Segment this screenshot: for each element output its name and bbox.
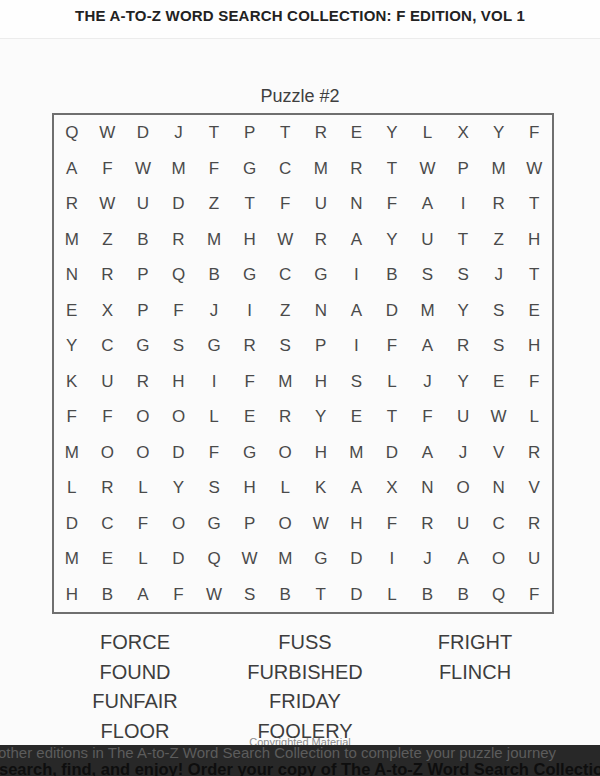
grid-cell-r5c4: Q	[161, 257, 197, 293]
grid-cell-r11c11: N	[410, 470, 446, 506]
grid-cell-r7c13: S	[481, 328, 517, 364]
grid-cell-r5c6: G	[232, 257, 268, 293]
grid-cell-r14c10: L	[374, 577, 410, 613]
grid-cell-r1c10: Y	[374, 115, 410, 151]
grid-cell-r13c5: Q	[196, 541, 232, 577]
grid-cell-r3c7: F	[267, 186, 303, 222]
grid-cell-r14c9: D	[339, 577, 375, 613]
grid-cell-r13c9: D	[339, 541, 375, 577]
grid-cell-r8c12: Y	[445, 364, 481, 400]
grid-cell-r7c3: G	[125, 328, 161, 364]
grid-cell-r11c1: L	[54, 470, 90, 506]
grid-cell-r1c6: P	[232, 115, 268, 151]
grid-cell-r13c12: A	[445, 541, 481, 577]
grid-cell-r4c7: W	[267, 222, 303, 258]
word-flinch: FLINCH	[390, 658, 560, 688]
grid-cell-r7c10: F	[374, 328, 410, 364]
grid-cell-r8c6: F	[232, 364, 268, 400]
grid-cell-r5c10: B	[374, 257, 410, 293]
grid-cell-r13c6: W	[232, 541, 268, 577]
grid-cell-r13c13: O	[481, 541, 517, 577]
grid-cell-r12c8: W	[303, 506, 339, 542]
grid-cell-r5c13: J	[481, 257, 517, 293]
grid-cell-r12c12: U	[445, 506, 481, 542]
grid-cell-r10c5: F	[196, 435, 232, 471]
grid-cell-r3c6: T	[232, 186, 268, 222]
grid-cell-r7c11: A	[410, 328, 446, 364]
grid-cell-r1c5: T	[196, 115, 232, 151]
grid-cell-r8c7: M	[267, 364, 303, 400]
grid-cell-r13c4: D	[161, 541, 197, 577]
grid-cell-r6c8: N	[303, 293, 339, 329]
grid-cell-r2c12: P	[445, 151, 481, 187]
grid-cell-r2c9: R	[339, 151, 375, 187]
grid-cell-r5c9: I	[339, 257, 375, 293]
grid-cell-r12c6: P	[232, 506, 268, 542]
grid-cell-r7c6: R	[232, 328, 268, 364]
grid-cell-r7c7: S	[267, 328, 303, 364]
grid-cell-r13c14: U	[516, 541, 552, 577]
grid-cell-r9c12: U	[445, 399, 481, 435]
grid-cell-r13c10: I	[374, 541, 410, 577]
grid-cell-r9c11: F	[410, 399, 446, 435]
grid-cell-r14c4: F	[161, 577, 197, 613]
grid-cell-r12c10: F	[374, 506, 410, 542]
grid-cell-r4c8: R	[303, 222, 339, 258]
grid-cell-r7c4: S	[161, 328, 197, 364]
grid-cell-r10c3: O	[125, 435, 161, 471]
word-friday: FRIDAY	[220, 687, 390, 717]
grid-cell-r14c3: A	[125, 577, 161, 613]
grid-cell-r3c11: A	[410, 186, 446, 222]
grid-cell-r13c11: J	[410, 541, 446, 577]
grid-cell-r6c11: M	[410, 293, 446, 329]
grid-cell-r9c2: F	[90, 399, 126, 435]
grid-cell-r11c7: L	[267, 470, 303, 506]
grid-cell-r5c7: C	[267, 257, 303, 293]
grid-cell-r9c8: Y	[303, 399, 339, 435]
grid-cell-r12c7: O	[267, 506, 303, 542]
grid-cell-r6c12: Y	[445, 293, 481, 329]
word-list-column-3: FRIGHTFLINCH	[390, 628, 560, 687]
grid-cell-r8c4: H	[161, 364, 197, 400]
grid-cell-r8c9: S	[339, 364, 375, 400]
grid-cell-r8c8: H	[303, 364, 339, 400]
word-fright: FRIGHT	[390, 628, 560, 658]
grid-cell-r4c13: Z	[481, 222, 517, 258]
grid-cell-r6c4: F	[161, 293, 197, 329]
grid-cell-r11c9: A	[339, 470, 375, 506]
grid-cell-r11c6: H	[232, 470, 268, 506]
grid-cell-r2c13: M	[481, 151, 517, 187]
grid-cell-r9c6: E	[232, 399, 268, 435]
word-force: FORCE	[55, 628, 215, 658]
grid-cell-r3c4: D	[161, 186, 197, 222]
grid-cell-r5c8: G	[303, 257, 339, 293]
grid-cell-r11c12: O	[445, 470, 481, 506]
grid-cell-r12c9: H	[339, 506, 375, 542]
grid-cell-r10c11: A	[410, 435, 446, 471]
grid-cell-r4c2: Z	[90, 222, 126, 258]
grid-cell-r5c3: P	[125, 257, 161, 293]
grid-cell-r3c8: U	[303, 186, 339, 222]
grid-cell-r12c5: G	[196, 506, 232, 542]
grid-cell-r7c12: R	[445, 328, 481, 364]
word-funfair: FUNFAIR	[55, 687, 215, 717]
grid-cell-r12c13: C	[481, 506, 517, 542]
grid-cell-r12c2: C	[90, 506, 126, 542]
grid-cell-r7c5: G	[196, 328, 232, 364]
grid-cell-r6c2: X	[90, 293, 126, 329]
grid-cell-r11c4: Y	[161, 470, 197, 506]
grid-cell-r11c8: K	[303, 470, 339, 506]
grid-cell-r1c14: F	[516, 115, 552, 151]
grid-cell-r6c1: E	[54, 293, 90, 329]
grid-cell-r3c10: F	[374, 186, 410, 222]
grid-cell-r11c3: L	[125, 470, 161, 506]
grid-cell-r9c5: L	[196, 399, 232, 435]
grid-cell-r3c9: N	[339, 186, 375, 222]
grid-cell-r14c2: B	[90, 577, 126, 613]
grid-cell-r4c12: T	[445, 222, 481, 258]
banner-text-line2: search, find, and enjoy! Order your copy…	[0, 760, 600, 776]
grid-cell-r9c13: W	[481, 399, 517, 435]
grid-cell-r9c4: O	[161, 399, 197, 435]
grid-cell-r5c11: S	[410, 257, 446, 293]
grid-cell-r14c13: Q	[481, 577, 517, 613]
grid-cell-r2c1: A	[54, 151, 90, 187]
grid-cell-r8c14: F	[516, 364, 552, 400]
word-search-grid: QWDJTPTREYLXYFAFWMFGCMRTWPMWRWUDZTFUNFAI…	[52, 113, 554, 614]
grid-cell-r8c1: K	[54, 364, 90, 400]
grid-cell-r6c14: E	[516, 293, 552, 329]
grid-cell-r3c2: W	[90, 186, 126, 222]
grid-cell-r2c5: F	[196, 151, 232, 187]
grid-cell-r14c11: B	[410, 577, 446, 613]
grid-cell-r10c13: V	[481, 435, 517, 471]
grid-cell-r2c8: M	[303, 151, 339, 187]
grid-cell-r10c6: G	[232, 435, 268, 471]
grid-cell-r12c1: D	[54, 506, 90, 542]
word-list-column-1: FORCEFOUNDFUNFAIRFLOOR	[55, 628, 215, 747]
word-list-column-2: FUSSFURBISHEDFRIDAYFOOLERY	[220, 628, 390, 747]
grid-cell-r4c10: Y	[374, 222, 410, 258]
grid-cell-r9c3: O	[125, 399, 161, 435]
grid-cell-r2c6: G	[232, 151, 268, 187]
grid-cell-r5c1: N	[54, 257, 90, 293]
grid-cell-r14c12: B	[445, 577, 481, 613]
grid-cell-r8c3: R	[125, 364, 161, 400]
grid-cell-r10c14: R	[516, 435, 552, 471]
title-bar: THE A-TO-Z WORD SEARCH COLLECTION: F EDI…	[0, 0, 600, 39]
grid-cell-r3c12: I	[445, 186, 481, 222]
grid-cell-r8c11: J	[410, 364, 446, 400]
grid-cell-r10c9: M	[339, 435, 375, 471]
grid-cell-r4c1: M	[54, 222, 90, 258]
grid-cell-r1c1: Q	[54, 115, 90, 151]
grid-cell-r10c1: M	[54, 435, 90, 471]
grid-cell-r7c1: Y	[54, 328, 90, 364]
grid-cell-r1c12: X	[445, 115, 481, 151]
grid-cell-r6c5: J	[196, 293, 232, 329]
grid-cell-r9c14: L	[516, 399, 552, 435]
grid-cell-r8c5: I	[196, 364, 232, 400]
grid-cell-r2c7: C	[267, 151, 303, 187]
grid-cell-r5c12: S	[445, 257, 481, 293]
grid-cell-r6c9: A	[339, 293, 375, 329]
grid-cell-r9c10: T	[374, 399, 410, 435]
grid-cell-r3c1: R	[54, 186, 90, 222]
word-found: FOUND	[55, 658, 215, 688]
grid-cell-r6c13: S	[481, 293, 517, 329]
grid-cell-r2c4: M	[161, 151, 197, 187]
grid-cell-r2c2: F	[90, 151, 126, 187]
grid-cell-r10c4: D	[161, 435, 197, 471]
grid-cell-r2c14: W	[516, 151, 552, 187]
grid-cell-r5c14: T	[516, 257, 552, 293]
grid-cell-r13c2: E	[90, 541, 126, 577]
grid-cell-r1c3: D	[125, 115, 161, 151]
grid-cell-r14c6: S	[232, 577, 268, 613]
grid-cell-r11c5: S	[196, 470, 232, 506]
grid-cell-r13c3: L	[125, 541, 161, 577]
grid-cell-r12c4: O	[161, 506, 197, 542]
grid-cell-r7c14: H	[516, 328, 552, 364]
grid-cell-r10c8: H	[303, 435, 339, 471]
grid-cell-r14c14: F	[516, 577, 552, 613]
grid-cell-r3c3: U	[125, 186, 161, 222]
grid-cell-r3c13: R	[481, 186, 517, 222]
grid-cell-r12c3: F	[125, 506, 161, 542]
grid-cell-r4c9: A	[339, 222, 375, 258]
grid-cell-r14c5: W	[196, 577, 232, 613]
grid-cell-r7c2: C	[90, 328, 126, 364]
grid-cell-r11c13: N	[481, 470, 517, 506]
grid-cell-r2c3: W	[125, 151, 161, 187]
grid-cell-r12c11: R	[410, 506, 446, 542]
grid-cell-r4c5: M	[196, 222, 232, 258]
grid-cell-r11c10: X	[374, 470, 410, 506]
grid-cell-r10c7: O	[267, 435, 303, 471]
grid-cell-r7c8: P	[303, 328, 339, 364]
grid-cell-r1c9: E	[339, 115, 375, 151]
grid-cell-r7c9: I	[339, 328, 375, 364]
promo-banner: other editions in The A-to-Z Word Search…	[0, 745, 600, 776]
grid-cell-r8c10: L	[374, 364, 410, 400]
grid-cell-r4c14: H	[516, 222, 552, 258]
grid-cell-r3c5: Z	[196, 186, 232, 222]
grid-cell-r13c1: M	[54, 541, 90, 577]
grid-cell-r9c1: F	[54, 399, 90, 435]
grid-cell-r2c10: T	[374, 151, 410, 187]
word-fuss: FUSS	[220, 628, 390, 658]
grid-cell-r9c7: R	[267, 399, 303, 435]
grid-cell-r5c5: B	[196, 257, 232, 293]
grid-cell-r14c1: H	[54, 577, 90, 613]
grid-cell-r1c4: J	[161, 115, 197, 151]
grid-cell-r5c2: R	[90, 257, 126, 293]
banner-text-line1: other editions in The A-to-Z Word Search…	[0, 745, 556, 760]
grid-cell-r6c10: D	[374, 293, 410, 329]
grid-cell-r4c6: H	[232, 222, 268, 258]
grid-cell-r10c12: J	[445, 435, 481, 471]
grid-cell-r8c2: U	[90, 364, 126, 400]
grid-cell-r1c13: Y	[481, 115, 517, 151]
grid-cell-r14c8: T	[303, 577, 339, 613]
grid-cell-r1c11: L	[410, 115, 446, 151]
grid-cell-r4c4: R	[161, 222, 197, 258]
word-furbished: FURBISHED	[220, 658, 390, 688]
grid-cell-r6c6: I	[232, 293, 268, 329]
grid-cell-r12c14: R	[516, 506, 552, 542]
grid-cell-r8c13: E	[481, 364, 517, 400]
grid-cell-r4c11: U	[410, 222, 446, 258]
grid-cell-r4c3: B	[125, 222, 161, 258]
grid-cell-r11c2: R	[90, 470, 126, 506]
grid-cell-r6c3: P	[125, 293, 161, 329]
grid-cell-r2c11: W	[410, 151, 446, 187]
grid-cell-r3c14: T	[516, 186, 552, 222]
grid-cell-r6c7: Z	[267, 293, 303, 329]
grid-cell-r1c8: R	[303, 115, 339, 151]
grid-cell-r1c2: W	[90, 115, 126, 151]
grid-cell-r13c8: G	[303, 541, 339, 577]
grid-cell-r10c2: O	[90, 435, 126, 471]
grid-cell-r11c14: V	[516, 470, 552, 506]
grid-cell-r9c9: E	[339, 399, 375, 435]
grid-cell-r1c7: T	[267, 115, 303, 151]
grid-cell-r14c7: B	[267, 577, 303, 613]
grid-cell-r13c7: M	[267, 541, 303, 577]
puzzle-title: Puzzle #2	[0, 86, 600, 107]
grid-cell-r10c10: D	[374, 435, 410, 471]
book-title: THE A-TO-Z WORD SEARCH COLLECTION: F EDI…	[75, 0, 525, 24]
